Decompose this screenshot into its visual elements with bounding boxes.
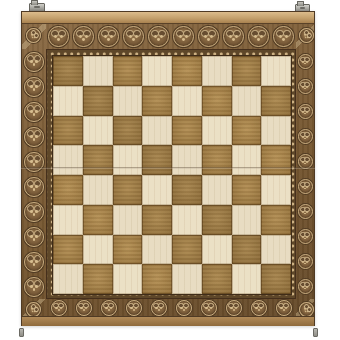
carving-motif xyxy=(176,300,192,316)
trefoil-dot xyxy=(306,136,308,138)
carving-motif xyxy=(151,300,167,316)
square-e6 xyxy=(172,116,202,146)
trefoil-dot xyxy=(304,213,306,215)
square-f6 xyxy=(202,116,232,146)
square-h8 xyxy=(261,56,291,86)
carving-motif xyxy=(248,26,269,47)
square-e4 xyxy=(172,175,202,205)
carving-motif xyxy=(24,277,44,297)
trefoil-dot xyxy=(85,35,88,38)
border-band-right xyxy=(296,49,314,299)
trefoil-dot xyxy=(280,307,282,309)
carving-motif xyxy=(24,52,44,72)
trefoil-dot xyxy=(35,110,38,113)
trefoil-dot xyxy=(35,260,38,263)
carving-motif xyxy=(24,127,44,147)
trefoil-dot xyxy=(210,307,212,309)
square-f3 xyxy=(202,205,232,235)
carving-motif xyxy=(251,300,267,316)
trefoil-dot xyxy=(82,38,85,41)
trefoil-dot xyxy=(304,288,306,290)
square-d2 xyxy=(142,235,172,265)
square-b4 xyxy=(83,175,113,205)
trefoil-dot xyxy=(306,186,308,188)
trefoil-dot xyxy=(132,38,135,41)
square-e1 xyxy=(172,264,202,294)
square-b3 xyxy=(83,205,113,235)
carving-motif xyxy=(201,300,217,316)
carving-motif xyxy=(24,227,44,247)
trefoil-dot xyxy=(260,307,262,309)
square-g6 xyxy=(232,116,262,146)
trefoil-dot xyxy=(33,238,36,241)
carving-motif xyxy=(298,204,313,219)
trefoil-dot xyxy=(157,38,160,41)
square-h7 xyxy=(261,86,291,116)
trefoil-dot xyxy=(80,307,82,309)
trefoil-dot xyxy=(58,309,60,311)
trefoil-dot xyxy=(183,309,185,311)
trefoil-dot xyxy=(33,263,36,266)
trefoil-dot xyxy=(33,88,36,91)
carving-motif xyxy=(148,26,169,47)
trefoil-dot xyxy=(160,307,162,309)
trefoil-dot xyxy=(35,235,38,238)
trefoil-dot xyxy=(258,309,260,311)
square-a5 xyxy=(53,145,83,175)
carving-motif xyxy=(24,152,44,172)
square-e5 xyxy=(172,145,202,175)
square-h6 xyxy=(261,116,291,146)
trefoil-dot xyxy=(306,286,308,288)
carving-motif xyxy=(24,177,44,197)
trefoil-dot xyxy=(33,138,36,141)
beaded-inner-frame xyxy=(46,49,296,299)
trefoil-dot xyxy=(230,307,232,309)
trefoil-dot xyxy=(306,261,308,263)
carving-motif xyxy=(98,26,119,47)
carving-motif xyxy=(226,300,242,316)
trefoil-dot xyxy=(306,61,308,63)
trefoil-dot xyxy=(35,85,38,88)
square-c1 xyxy=(113,264,143,294)
trefoil-dot xyxy=(35,160,38,163)
square-e8 xyxy=(172,56,202,86)
trefoil-dot xyxy=(33,163,36,166)
carving-motif xyxy=(22,299,43,316)
square-d6 xyxy=(142,116,172,146)
square-g2 xyxy=(232,235,262,265)
trefoil-dot xyxy=(160,35,163,38)
trefoil-dot xyxy=(306,111,308,113)
trefoil-dot xyxy=(35,185,38,188)
square-g7 xyxy=(232,86,262,116)
carving-motif xyxy=(298,179,313,194)
square-h3 xyxy=(261,205,291,235)
trefoil-dot xyxy=(57,38,60,41)
trefoil-dot xyxy=(35,135,38,138)
carving-motif xyxy=(298,129,313,144)
square-a8 xyxy=(53,56,83,86)
trefoil-dot xyxy=(235,307,237,309)
square-b1 xyxy=(83,264,113,294)
border-corner-bottom-right xyxy=(296,299,314,316)
trefoil-dot xyxy=(306,236,308,238)
carving-motif xyxy=(198,26,219,47)
trefoil-dot xyxy=(33,288,36,291)
carving-motif xyxy=(24,252,44,272)
trefoil-dot xyxy=(210,35,213,38)
trefoil-dot xyxy=(235,35,238,38)
trefoil-dot xyxy=(304,238,306,240)
box-bottom-edge xyxy=(22,316,314,326)
carving-motif xyxy=(298,254,313,269)
trefoil-dot xyxy=(306,86,308,88)
square-f1 xyxy=(202,264,232,294)
square-g4 xyxy=(232,175,262,205)
border-band-left xyxy=(22,49,46,299)
square-f5 xyxy=(202,145,232,175)
carving-motif xyxy=(126,300,142,316)
square-h5 xyxy=(261,145,291,175)
trefoil-dot xyxy=(158,309,160,311)
square-a4 xyxy=(53,175,83,205)
carving-motif xyxy=(51,300,67,316)
square-e2 xyxy=(172,235,202,265)
trefoil-dot xyxy=(232,38,235,41)
trefoil-dot xyxy=(306,161,308,163)
trefoil-dot xyxy=(108,309,110,311)
trefoil-dot xyxy=(105,307,107,309)
square-h4 xyxy=(261,175,291,205)
carving-motif xyxy=(223,26,244,47)
square-c6 xyxy=(113,116,143,146)
trefoil-dot xyxy=(185,307,187,309)
square-c5 xyxy=(113,145,143,175)
carving-motif xyxy=(24,102,44,122)
square-f4 xyxy=(202,175,232,205)
trefoil-dot xyxy=(130,307,132,309)
box-top-edge xyxy=(22,12,314,24)
square-c2 xyxy=(113,235,143,265)
square-c4 xyxy=(113,175,143,205)
trefoil-dot xyxy=(180,307,182,309)
carving-motif xyxy=(298,79,313,94)
square-e7 xyxy=(172,86,202,116)
trefoil-dot xyxy=(207,38,210,41)
square-d4 xyxy=(142,175,172,205)
trefoil-dot xyxy=(285,35,288,38)
square-f7 xyxy=(202,86,232,116)
square-a2 xyxy=(53,235,83,265)
trefoil-dot xyxy=(133,309,135,311)
square-b6 xyxy=(83,116,113,146)
trefoil-dot xyxy=(304,88,306,90)
trefoil-dot xyxy=(205,307,207,309)
trefoil-dot xyxy=(107,38,110,41)
carving-motif xyxy=(298,279,313,294)
square-c7 xyxy=(113,86,143,116)
carving-motif xyxy=(298,104,313,119)
trefoil-dot xyxy=(35,60,38,63)
trefoil-dot xyxy=(233,309,235,311)
carving-motif xyxy=(73,26,94,47)
trefoil-dot xyxy=(260,35,263,38)
trefoil-dot xyxy=(285,307,287,309)
trefoil-dot xyxy=(110,307,112,309)
trefoil-dot xyxy=(304,113,306,115)
carving-motif xyxy=(298,229,313,244)
border-band-top xyxy=(46,24,296,49)
carving-motif xyxy=(76,300,92,316)
trefoil-dot xyxy=(255,307,257,309)
carving-motif xyxy=(123,26,144,47)
trefoil-dot xyxy=(306,211,308,213)
border-corner-bottom-left xyxy=(22,299,46,316)
square-f2 xyxy=(202,235,232,265)
chess-board xyxy=(52,55,292,295)
chess-box xyxy=(21,11,315,326)
trefoil-dot xyxy=(60,35,63,38)
square-c8 xyxy=(113,56,143,86)
square-b7 xyxy=(83,86,113,116)
trefoil-dot xyxy=(182,38,185,41)
trefoil-dot xyxy=(33,213,36,216)
trefoil-dot xyxy=(304,138,306,140)
latch-pin-right xyxy=(313,328,318,337)
trefoil-dot xyxy=(185,35,188,38)
carving-motif xyxy=(276,300,292,316)
latch-pin-left xyxy=(19,328,24,337)
trefoil-dot xyxy=(35,210,38,213)
square-g8 xyxy=(232,56,262,86)
trefoil-dot xyxy=(33,188,36,191)
square-d8 xyxy=(142,56,172,86)
trefoil-dot xyxy=(155,307,157,309)
trefoil-dot xyxy=(135,35,138,38)
square-c3 xyxy=(113,205,143,235)
carved-border-frame xyxy=(22,24,314,325)
carving-motif xyxy=(24,202,44,222)
trefoil-dot xyxy=(304,188,306,190)
square-h1 xyxy=(261,264,291,294)
square-h2 xyxy=(261,235,291,265)
square-g5 xyxy=(232,145,262,175)
carving-motif xyxy=(101,300,117,316)
trefoil-dot xyxy=(33,63,36,66)
trefoil-dot xyxy=(110,35,113,38)
square-b2 xyxy=(83,235,113,265)
trefoil-dot xyxy=(35,285,38,288)
carving-motif xyxy=(298,154,313,169)
square-b8 xyxy=(83,56,113,86)
carving-motif xyxy=(24,77,44,97)
trefoil-dot xyxy=(60,307,62,309)
trefoil-dot xyxy=(135,307,137,309)
trefoil-dot xyxy=(55,307,57,309)
trefoil-dot xyxy=(257,38,260,41)
square-a6 xyxy=(53,116,83,146)
square-d7 xyxy=(142,86,172,116)
border-corner-top-left xyxy=(22,24,46,49)
carving-motif xyxy=(298,54,313,69)
square-g1 xyxy=(232,264,262,294)
square-a1 xyxy=(53,264,83,294)
trefoil-dot xyxy=(208,309,210,311)
square-g3 xyxy=(232,205,262,235)
square-a3 xyxy=(53,205,83,235)
square-a7 xyxy=(53,86,83,116)
trefoil-dot xyxy=(83,309,85,311)
trefoil-dot xyxy=(304,163,306,165)
square-f8 xyxy=(202,56,232,86)
carving-motif xyxy=(22,25,43,46)
carving-motif xyxy=(296,25,314,46)
square-d1 xyxy=(142,264,172,294)
trefoil-dot xyxy=(282,38,285,41)
trefoil-dot xyxy=(304,63,306,65)
trefoil-dot xyxy=(30,306,33,309)
trefoil-dot xyxy=(33,113,36,116)
square-d5 xyxy=(142,145,172,175)
trefoil-dot xyxy=(85,307,87,309)
carving-motif xyxy=(48,26,69,47)
trefoil-dot xyxy=(283,309,285,311)
carving-motif xyxy=(273,26,294,47)
photo-background xyxy=(0,0,340,340)
border-band-bottom xyxy=(46,299,296,316)
square-d3 xyxy=(142,205,172,235)
border-corner-top-right xyxy=(296,24,314,49)
trefoil-dot xyxy=(304,263,306,265)
carving-motif xyxy=(296,299,314,316)
square-b5 xyxy=(83,145,113,175)
carving-motif xyxy=(173,26,194,47)
square-e3 xyxy=(172,205,202,235)
